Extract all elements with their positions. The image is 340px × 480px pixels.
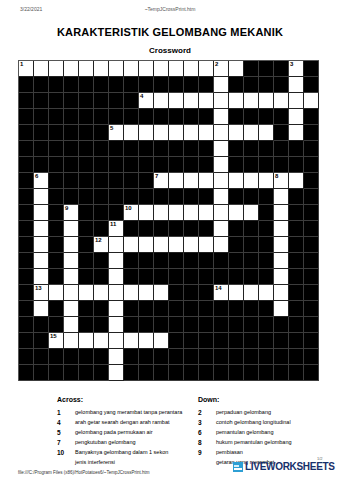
black-cell — [289, 141, 304, 157]
white-cell[interactable] — [109, 237, 124, 253]
white-cell[interactable] — [139, 205, 154, 221]
black-cell — [274, 141, 289, 157]
black-cell — [154, 301, 169, 317]
black-cell — [94, 301, 109, 317]
white-cell[interactable] — [214, 157, 229, 173]
black-cell — [79, 157, 94, 173]
black-cell — [214, 301, 229, 317]
black-cell — [184, 365, 199, 381]
black-cell — [199, 365, 214, 381]
white-cell[interactable] — [244, 285, 259, 301]
black-cell — [274, 77, 289, 93]
black-cell — [244, 141, 259, 157]
white-cell[interactable] — [124, 61, 139, 77]
white-cell[interactable] — [229, 125, 244, 141]
white-cell[interactable] — [64, 61, 79, 77]
black-cell — [304, 109, 319, 125]
white-cell[interactable] — [274, 93, 289, 109]
white-cell[interactable] — [154, 333, 169, 349]
white-cell[interactable] — [199, 125, 214, 141]
black-cell — [64, 125, 79, 141]
black-cell — [199, 301, 214, 317]
black-cell — [64, 141, 79, 157]
black-cell — [259, 253, 274, 269]
white-cell[interactable] — [34, 269, 49, 285]
white-cell[interactable] — [109, 301, 124, 317]
black-cell — [94, 189, 109, 205]
black-cell — [169, 77, 184, 93]
clue-item-text: pemantulan gelombang — [216, 429, 274, 436]
white-cell[interactable] — [274, 253, 289, 269]
clue-item: 6pemantulan gelombang — [198, 429, 333, 436]
white-cell[interactable] — [214, 237, 229, 253]
black-cell — [259, 141, 274, 157]
black-cell — [304, 61, 319, 77]
black-cell — [289, 253, 304, 269]
black-cell — [94, 349, 109, 365]
white-cell[interactable]: 5 — [109, 125, 124, 141]
black-cell — [274, 349, 289, 365]
black-cell — [94, 317, 109, 333]
white-cell[interactable] — [109, 317, 124, 333]
white-cell[interactable] — [259, 173, 274, 189]
clue-number: 7 — [155, 173, 158, 180]
white-cell[interactable] — [169, 205, 184, 221]
white-cell[interactable] — [34, 237, 49, 253]
black-cell — [169, 253, 184, 269]
white-cell[interactable] — [169, 237, 184, 253]
white-cell[interactable] — [154, 125, 169, 141]
black-cell — [124, 317, 139, 333]
black-cell — [259, 109, 274, 125]
white-cell[interactable] — [109, 365, 124, 381]
white-cell[interactable] — [169, 173, 184, 189]
clue-item-number: 10 — [57, 449, 75, 456]
white-cell[interactable]: 13 — [34, 285, 49, 301]
white-cell[interactable] — [139, 333, 154, 349]
white-cell[interactable] — [214, 77, 229, 93]
black-cell — [304, 365, 319, 381]
clue-number: 4 — [140, 93, 143, 100]
white-cell[interactable] — [184, 237, 199, 253]
black-cell — [154, 253, 169, 269]
clue-item: 10Banyaknya gelombang dalam 1 sekon — [57, 449, 192, 456]
white-cell[interactable] — [274, 205, 289, 221]
liveworksheets-icon — [233, 462, 243, 472]
black-cell — [139, 157, 154, 173]
white-cell[interactable] — [289, 109, 304, 125]
white-cell[interactable]: 6 — [34, 173, 49, 189]
white-cell[interactable] — [154, 237, 169, 253]
black-cell — [259, 221, 274, 237]
black-cell — [304, 269, 319, 285]
white-cell[interactable] — [94, 333, 109, 349]
black-cell — [199, 221, 214, 237]
clue-number: 3 — [290, 61, 293, 68]
black-cell — [184, 109, 199, 125]
print-filename: ~TempJCrossPrint.htm — [0, 6, 340, 12]
black-cell — [154, 77, 169, 93]
white-cell[interactable] — [169, 61, 184, 77]
black-cell — [19, 157, 34, 173]
clue-number: 10 — [125, 205, 132, 212]
black-cell — [229, 301, 244, 317]
white-cell[interactable] — [79, 333, 94, 349]
white-cell[interactable] — [79, 61, 94, 77]
white-cell[interactable]: 14 — [214, 285, 229, 301]
black-cell — [139, 365, 154, 381]
white-cell[interactable]: 1 — [19, 61, 34, 77]
black-cell — [19, 173, 34, 189]
black-cell — [19, 253, 34, 269]
clue-item-number — [57, 459, 75, 466]
black-cell — [289, 317, 304, 333]
white-cell[interactable] — [274, 189, 289, 205]
clue-number: 5 — [110, 125, 113, 132]
white-cell[interactable] — [214, 189, 229, 205]
white-cell[interactable] — [64, 317, 79, 333]
black-cell — [229, 189, 244, 205]
black-cell — [49, 269, 64, 285]
white-cell[interactable] — [94, 61, 109, 77]
black-cell — [184, 221, 199, 237]
black-cell — [124, 365, 139, 381]
white-cell[interactable]: 7 — [154, 173, 169, 189]
black-cell — [244, 77, 259, 93]
white-cell[interactable] — [259, 285, 274, 301]
black-cell — [64, 77, 79, 93]
black-cell — [139, 173, 154, 189]
black-cell — [229, 109, 244, 125]
clue-number: 15 — [50, 333, 57, 340]
white-cell[interactable] — [214, 93, 229, 109]
clue-item-text: gelombang yang merambat tanpa perantara — [75, 409, 182, 416]
white-cell[interactable] — [49, 285, 64, 301]
page-subtitle: Crossword — [0, 46, 340, 55]
white-cell[interactable] — [229, 285, 244, 301]
black-cell — [304, 333, 319, 349]
white-cell[interactable] — [184, 125, 199, 141]
white-cell[interactable] — [109, 61, 124, 77]
white-cell[interactable] — [154, 93, 169, 109]
black-cell — [124, 253, 139, 269]
black-cell — [49, 93, 64, 109]
black-cell — [304, 157, 319, 173]
black-cell — [259, 189, 274, 205]
white-cell[interactable] — [274, 285, 289, 301]
white-cell[interactable] — [49, 61, 64, 77]
clue-item-text: perpaduan gelombang — [216, 409, 271, 416]
black-cell — [94, 77, 109, 93]
black-cell — [34, 125, 49, 141]
white-cell[interactable] — [64, 221, 79, 237]
black-cell — [244, 349, 259, 365]
white-cell[interactable] — [109, 285, 124, 301]
white-cell[interactable] — [139, 285, 154, 301]
black-cell — [49, 253, 64, 269]
white-cell[interactable] — [289, 77, 304, 93]
white-cell[interactable] — [124, 237, 139, 253]
clue-item: 2perpaduan gelombang — [198, 409, 333, 416]
black-cell — [109, 189, 124, 205]
black-cell — [274, 365, 289, 381]
white-cell[interactable]: 3 — [289, 61, 304, 77]
white-cell[interactable]: 15 — [49, 333, 64, 349]
white-cell[interactable] — [154, 205, 169, 221]
white-cell[interactable]: 4 — [139, 93, 154, 109]
white-cell[interactable] — [229, 205, 244, 221]
black-cell — [139, 109, 154, 125]
white-cell[interactable] — [109, 269, 124, 285]
white-cell[interactable] — [289, 173, 304, 189]
white-cell[interactable] — [64, 285, 79, 301]
black-cell — [274, 333, 289, 349]
white-cell[interactable] — [244, 125, 259, 141]
black-cell — [64, 93, 79, 109]
black-cell — [34, 109, 49, 125]
white-cell[interactable] — [199, 205, 214, 221]
black-cell — [289, 269, 304, 285]
black-cell — [94, 253, 109, 269]
clue-item-text: Banyaknya gelombang dalam 1 sekon — [75, 449, 168, 456]
black-cell — [109, 205, 124, 221]
clue-item-number: 9 — [198, 449, 216, 456]
clue-item: 3contoh gelombang longitudinal — [198, 419, 333, 426]
white-cell[interactable] — [259, 93, 274, 109]
black-cell — [94, 365, 109, 381]
black-cell — [184, 189, 199, 205]
down-heading: Down: — [198, 396, 333, 403]
black-cell — [79, 125, 94, 141]
black-cell — [289, 221, 304, 237]
black-cell — [229, 269, 244, 285]
black-cell — [19, 301, 34, 317]
white-cell[interactable] — [184, 61, 199, 77]
black-cell — [289, 301, 304, 317]
black-cell — [169, 157, 184, 173]
white-cell[interactable] — [64, 333, 79, 349]
black-cell — [304, 189, 319, 205]
black-cell — [34, 349, 49, 365]
white-cell[interactable] — [199, 173, 214, 189]
white-cell[interactable] — [274, 221, 289, 237]
white-cell[interactable]: 8 — [274, 173, 289, 189]
white-cell[interactable] — [64, 237, 79, 253]
white-cell[interactable] — [169, 93, 184, 109]
white-cell[interactable] — [109, 333, 124, 349]
white-cell[interactable] — [214, 221, 229, 237]
black-cell — [94, 221, 109, 237]
white-cell[interactable] — [139, 61, 154, 77]
black-cell — [259, 77, 274, 93]
black-cell — [79, 269, 94, 285]
white-cell[interactable] — [244, 173, 259, 189]
clue-item-text: hukum pemantulan gelombang — [216, 439, 292, 446]
white-cell[interactable]: 11 — [109, 221, 124, 237]
white-cell[interactable] — [139, 125, 154, 141]
black-cell — [229, 253, 244, 269]
white-cell[interactable] — [259, 125, 274, 141]
black-cell — [289, 333, 304, 349]
black-cell — [19, 333, 34, 349]
white-cell[interactable] — [214, 109, 229, 125]
white-cell[interactable] — [274, 269, 289, 285]
clue-item-text: contoh gelombang longitudinal — [216, 419, 291, 426]
black-cell — [199, 77, 214, 93]
white-cell[interactable] — [139, 237, 154, 253]
black-cell — [184, 317, 199, 333]
clue-item-number — [198, 459, 216, 466]
white-cell[interactable] — [64, 253, 79, 269]
white-cell[interactable] — [199, 237, 214, 253]
white-cell[interactable] — [109, 349, 124, 365]
black-cell — [304, 221, 319, 237]
white-cell[interactable] — [274, 237, 289, 253]
white-cell[interactable] — [304, 93, 319, 109]
black-cell — [109, 93, 124, 109]
black-cell — [49, 301, 64, 317]
black-cell — [124, 157, 139, 173]
black-cell — [289, 237, 304, 253]
black-cell — [124, 221, 139, 237]
clue-number: 9 — [65, 205, 68, 212]
white-cell[interactable]: 10 — [124, 205, 139, 221]
liveworksheets-logo: LIVEWORKSHEETS — [233, 461, 335, 472]
black-cell — [229, 317, 244, 333]
black-cell — [139, 221, 154, 237]
file-path: file:///C:/Program Files (x86)/HotPotato… — [18, 470, 149, 475]
black-cell — [49, 365, 64, 381]
black-cell — [199, 269, 214, 285]
white-cell[interactable]: 9 — [64, 205, 79, 221]
black-cell — [274, 125, 289, 141]
black-cell — [109, 77, 124, 93]
black-cell — [289, 365, 304, 381]
black-cell — [304, 77, 319, 93]
white-cell[interactable] — [184, 205, 199, 221]
white-cell[interactable] — [169, 125, 184, 141]
black-cell — [184, 141, 199, 157]
black-cell — [49, 221, 64, 237]
black-cell — [229, 237, 244, 253]
black-cell — [199, 333, 214, 349]
white-cell[interactable] — [34, 221, 49, 237]
black-cell — [169, 349, 184, 365]
black-cell — [289, 349, 304, 365]
black-cell — [124, 93, 139, 109]
white-cell[interactable] — [34, 253, 49, 269]
black-cell — [19, 125, 34, 141]
clue-item-number: 8 — [198, 439, 216, 446]
black-cell — [244, 317, 259, 333]
black-cell — [169, 109, 184, 125]
black-cell — [94, 205, 109, 221]
black-cell — [139, 189, 154, 205]
white-cell[interactable] — [229, 61, 244, 77]
black-cell — [49, 77, 64, 93]
clue-number: 12 — [95, 237, 102, 244]
white-cell[interactable] — [214, 173, 229, 189]
black-cell — [19, 285, 34, 301]
white-cell[interactable] — [229, 93, 244, 109]
white-cell[interactable] — [184, 173, 199, 189]
black-cell — [19, 349, 34, 365]
white-cell[interactable] — [124, 333, 139, 349]
white-cell[interactable] — [124, 125, 139, 141]
white-cell[interactable] — [244, 93, 259, 109]
white-cell[interactable] — [64, 269, 79, 285]
white-cell[interactable] — [184, 93, 199, 109]
white-cell[interactable] — [214, 205, 229, 221]
white-cell[interactable] — [154, 285, 169, 301]
black-cell — [34, 365, 49, 381]
black-cell — [259, 349, 274, 365]
black-cell — [49, 349, 64, 365]
white-cell[interactable] — [244, 205, 259, 221]
black-cell — [289, 285, 304, 301]
white-cell[interactable] — [274, 301, 289, 317]
white-cell[interactable] — [214, 141, 229, 157]
black-cell — [199, 349, 214, 365]
black-cell — [79, 221, 94, 237]
black-cell — [214, 253, 229, 269]
black-cell — [184, 269, 199, 285]
white-cell[interactable] — [199, 93, 214, 109]
clue-number: 6 — [35, 173, 38, 180]
black-cell — [244, 61, 259, 77]
black-cell — [184, 349, 199, 365]
white-cell[interactable] — [79, 285, 94, 301]
black-cell — [244, 189, 259, 205]
white-cell[interactable] — [34, 189, 49, 205]
white-cell[interactable] — [154, 61, 169, 77]
black-cell — [94, 93, 109, 109]
white-cell[interactable] — [94, 285, 109, 301]
white-cell[interactable] — [109, 253, 124, 269]
clue-number: 14 — [215, 285, 222, 292]
crossword-grid: 123456789101112131415 — [18, 60, 319, 381]
black-cell — [259, 301, 274, 317]
black-cell — [19, 109, 34, 125]
white-cell[interactable]: 12 — [94, 237, 109, 253]
white-cell[interactable]: 2 — [214, 61, 229, 77]
black-cell — [139, 317, 154, 333]
white-cell[interactable] — [289, 93, 304, 109]
clue-number: 1 — [20, 61, 23, 68]
black-cell — [214, 269, 229, 285]
black-cell — [139, 141, 154, 157]
white-cell[interactable] — [124, 285, 139, 301]
black-cell — [214, 349, 229, 365]
white-cell[interactable] — [34, 301, 49, 317]
black-cell — [19, 317, 34, 333]
white-cell[interactable] — [34, 61, 49, 77]
black-cell — [124, 141, 139, 157]
clue-item: 9pembiasan — [198, 449, 333, 456]
white-cell[interactable] — [64, 301, 79, 317]
black-cell — [169, 333, 184, 349]
liveworksheets-logo-text: LIVEWORKSHEETS — [245, 461, 335, 472]
white-cell[interactable] — [214, 125, 229, 141]
white-cell[interactable] — [199, 61, 214, 77]
black-cell — [94, 269, 109, 285]
clue-item: 7pengkutuban gelombang — [57, 439, 192, 446]
white-cell[interactable] — [289, 125, 304, 141]
white-cell[interactable] — [229, 173, 244, 189]
black-cell — [244, 221, 259, 237]
white-cell[interactable] — [34, 205, 49, 221]
black-cell — [154, 157, 169, 173]
